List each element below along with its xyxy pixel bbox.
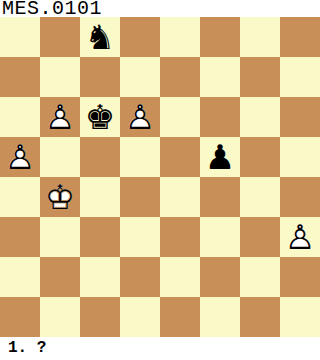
square-b2[interactable]	[40, 257, 80, 297]
square-g6[interactable]	[240, 97, 280, 137]
square-c7[interactable]	[80, 57, 120, 97]
square-d1[interactable]	[120, 297, 160, 337]
square-a5[interactable]: ♟♙	[0, 137, 40, 177]
square-d4[interactable]	[120, 177, 160, 217]
square-a8[interactable]	[0, 17, 40, 57]
square-f2[interactable]	[200, 257, 240, 297]
white-king: ♔	[40, 177, 80, 217]
square-f7[interactable]	[200, 57, 240, 97]
square-g3[interactable]	[240, 217, 280, 257]
square-a4[interactable]	[0, 177, 40, 217]
square-f3[interactable]	[200, 217, 240, 257]
square-h3[interactable]: ♟♙	[280, 217, 320, 257]
square-e1[interactable]	[160, 297, 200, 337]
white-pawn-fill: ♟	[120, 97, 160, 137]
square-b7[interactable]	[40, 57, 80, 97]
square-b6[interactable]: ♟♙	[40, 97, 80, 137]
white-pawn-fill: ♟	[40, 97, 80, 137]
square-c2[interactable]	[80, 257, 120, 297]
square-b1[interactable]	[40, 297, 80, 337]
square-d7[interactable]	[120, 57, 160, 97]
square-f8[interactable]	[200, 17, 240, 57]
square-g4[interactable]	[240, 177, 280, 217]
black-knight: ♞	[80, 17, 120, 57]
square-h4[interactable]	[280, 177, 320, 217]
square-f5[interactable]: ♟	[200, 137, 240, 177]
square-g1[interactable]	[240, 297, 280, 337]
square-g2[interactable]	[240, 257, 280, 297]
square-d2[interactable]	[120, 257, 160, 297]
square-e6[interactable]	[160, 97, 200, 137]
square-h8[interactable]	[280, 17, 320, 57]
move-prompt: 1. ?	[8, 337, 46, 360]
square-d8[interactable]	[120, 17, 160, 57]
square-d6[interactable]: ♟♙	[120, 97, 160, 137]
square-b4[interactable]: ♚♔	[40, 177, 80, 217]
square-c3[interactable]	[80, 217, 120, 257]
square-c1[interactable]	[80, 297, 120, 337]
square-h2[interactable]	[280, 257, 320, 297]
square-a1[interactable]	[0, 297, 40, 337]
chess-board: ♞♟♙♚♟♙♟♙♟♚♔♟♙	[0, 17, 320, 337]
white-pawn: ♙	[120, 97, 160, 137]
square-h7[interactable]	[280, 57, 320, 97]
square-c5[interactable]	[80, 137, 120, 177]
square-d5[interactable]	[120, 137, 160, 177]
diagram-title: MES.0101	[2, 0, 102, 17]
chess-diagram: MES.0101 ♞♟♙♚♟♙♟♙♟♚♔♟♙ 1. ?	[0, 0, 320, 360]
square-e5[interactable]	[160, 137, 200, 177]
square-g5[interactable]	[240, 137, 280, 177]
square-e3[interactable]	[160, 217, 200, 257]
square-a3[interactable]	[0, 217, 40, 257]
white-pawn: ♙	[0, 137, 40, 177]
square-a6[interactable]	[0, 97, 40, 137]
square-e4[interactable]	[160, 177, 200, 217]
square-c6[interactable]: ♚	[80, 97, 120, 137]
square-e7[interactable]	[160, 57, 200, 97]
square-f4[interactable]	[200, 177, 240, 217]
square-b5[interactable]	[40, 137, 80, 177]
square-f1[interactable]	[200, 297, 240, 337]
square-a2[interactable]	[0, 257, 40, 297]
square-c4[interactable]	[80, 177, 120, 217]
black-pawn: ♟	[200, 137, 240, 177]
square-b8[interactable]	[40, 17, 80, 57]
square-c8[interactable]: ♞	[80, 17, 120, 57]
square-h5[interactable]	[280, 137, 320, 177]
white-pawn: ♙	[280, 217, 320, 257]
square-a7[interactable]	[0, 57, 40, 97]
square-e8[interactable]	[160, 17, 200, 57]
square-h1[interactable]	[280, 297, 320, 337]
square-b3[interactable]	[40, 217, 80, 257]
square-g7[interactable]	[240, 57, 280, 97]
white-pawn-fill: ♟	[280, 217, 320, 257]
square-f6[interactable]	[200, 97, 240, 137]
square-e2[interactable]	[160, 257, 200, 297]
black-king: ♚	[80, 97, 120, 137]
square-h6[interactable]	[280, 97, 320, 137]
white-pawn-fill: ♟	[0, 137, 40, 177]
white-pawn: ♙	[40, 97, 80, 137]
white-king-fill: ♚	[40, 177, 80, 217]
square-g8[interactable]	[240, 17, 280, 57]
square-d3[interactable]	[120, 217, 160, 257]
